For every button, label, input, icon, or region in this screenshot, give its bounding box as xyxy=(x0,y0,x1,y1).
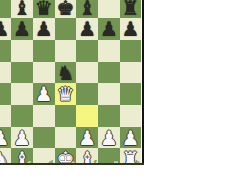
square-c6[interactable] xyxy=(11,40,33,62)
square-c5[interactable] xyxy=(11,62,33,84)
board-bottom-border xyxy=(0,163,144,165)
piece-white-pawn-h2[interactable]: ♟ xyxy=(120,127,142,149)
piece-white-queen-e4[interactable]: ♛ xyxy=(55,84,77,106)
square-b3[interactable] xyxy=(0,105,11,127)
square-h6[interactable] xyxy=(120,40,142,62)
square-f4[interactable] xyxy=(76,83,98,105)
piece-black-pawn-g7[interactable]: ♟ xyxy=(98,19,120,41)
square-g5[interactable] xyxy=(98,62,120,84)
board-right-border xyxy=(142,0,144,165)
square-e7[interactable] xyxy=(55,18,77,40)
square-g6[interactable] xyxy=(98,40,120,62)
square-c4[interactable] xyxy=(11,83,33,105)
piece-white-pawn-c2[interactable]: ♟ xyxy=(11,127,33,149)
piece-black-pawn-d7[interactable]: ♟ xyxy=(33,19,55,41)
square-h3[interactable] xyxy=(120,105,142,127)
piece-black-king-e8[interactable]: ♚ xyxy=(55,0,77,19)
square-b4[interactable] xyxy=(0,83,11,105)
square-e3[interactable] xyxy=(55,105,77,127)
square-g1[interactable]: g xyxy=(98,148,120,163)
piece-black-pawn-b7[interactable]: ♟ xyxy=(0,19,11,41)
square-h5[interactable] xyxy=(120,62,142,84)
piece-white-bishop-c1[interactable]: ♝ xyxy=(11,149,33,163)
square-g8[interactable] xyxy=(98,0,120,18)
square-f5[interactable] xyxy=(76,62,98,84)
square-f6[interactable] xyxy=(76,40,98,62)
square-g4[interactable] xyxy=(98,83,120,105)
square-e2[interactable] xyxy=(55,127,77,149)
piece-white-rook-h1[interactable]: ♜ xyxy=(120,149,142,163)
square-d6[interactable] xyxy=(33,40,55,62)
piece-white-knight-b1[interactable]: ♞ xyxy=(0,149,11,163)
square-c3[interactable] xyxy=(11,105,33,127)
square-d5[interactable] xyxy=(33,62,55,84)
square-f3[interactable] xyxy=(76,105,98,127)
square-d3[interactable] xyxy=(33,105,55,127)
piece-white-pawn-b2[interactable]: ♟ xyxy=(0,127,11,149)
piece-white-pawn-g2[interactable]: ♟ xyxy=(98,127,120,149)
piece-white-king-e1[interactable]: ♚ xyxy=(55,149,77,163)
square-h4[interactable] xyxy=(120,83,142,105)
piece-black-pawn-c7[interactable]: ♟ xyxy=(11,19,33,41)
piece-white-bishop-f1[interactable]: ♝ xyxy=(76,149,98,163)
square-b6[interactable] xyxy=(0,40,11,62)
chess-board: cdefgh♜♝♛♚♝♜♟♟♟♟♟♟♟♞♟♛♟♟♟♟♟♟♜♞♝♚♝♜ xyxy=(0,0,142,163)
square-b5[interactable] xyxy=(0,62,11,84)
piece-black-pawn-f7[interactable]: ♟ xyxy=(76,19,98,41)
square-d2[interactable] xyxy=(33,127,55,149)
square-b8[interactable] xyxy=(0,0,11,18)
piece-black-pawn-h7[interactable]: ♟ xyxy=(120,19,142,41)
piece-black-knight-e5[interactable]: ♞ xyxy=(55,62,77,84)
square-e6[interactable] xyxy=(55,40,77,62)
piece-white-pawn-f2[interactable]: ♟ xyxy=(76,127,98,149)
piece-white-pawn-d4[interactable]: ♟ xyxy=(33,84,55,106)
square-g3[interactable] xyxy=(98,105,120,127)
square-d1[interactable]: d xyxy=(33,148,55,163)
